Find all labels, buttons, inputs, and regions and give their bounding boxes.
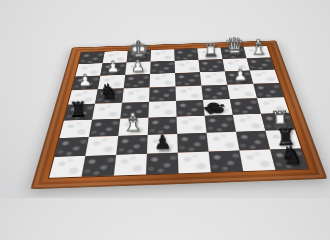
- square-d6: [150, 73, 176, 87]
- square-e8: [174, 48, 198, 60]
- square-g4: [230, 98, 261, 115]
- square-d8: [151, 49, 175, 61]
- chess-board-frame: ♚♜♛♝♟♟♟♟♞♜♚♝♜♟♜♞: [30, 40, 327, 189]
- square-f2: [207, 132, 240, 152]
- square-d7: [150, 61, 175, 74]
- square-e3: [177, 116, 207, 134]
- white-bishop-h8: ♝: [249, 37, 268, 58]
- square-f7: [199, 59, 225, 72]
- square-e5: [175, 86, 202, 101]
- square-f6: [200, 71, 227, 85]
- white-rook-f8: ♜: [202, 41, 219, 59]
- square-c6: [124, 74, 150, 88]
- square-g5: [227, 84, 257, 99]
- square-b2: [85, 136, 118, 156]
- square-b4: [92, 103, 122, 120]
- square-c3: ♝: [118, 118, 148, 136]
- square-g3: [233, 114, 266, 132]
- square-e4: [176, 100, 205, 117]
- square-e1: [178, 152, 211, 174]
- white-pawn-c7: ♟: [130, 58, 145, 74]
- white-queen-g8: ♛: [223, 35, 244, 59]
- square-f1: [209, 151, 244, 173]
- black-rook-a4: ♜: [68, 98, 87, 119]
- square-a3: [59, 120, 92, 138]
- square-h8: ♝: [244, 46, 271, 58]
- square-f4: ♚: [203, 99, 233, 116]
- square-a8: [79, 52, 105, 64]
- square-c5: [122, 87, 150, 102]
- board-grid: ♚♜♛♝♟♟♟♟♞♜♚♝♜♟♜♞: [49, 46, 308, 178]
- square-h6: [250, 70, 279, 84]
- black-knight-h1: ♞: [279, 143, 302, 169]
- square-h5: [253, 83, 284, 98]
- square-c1: [114, 154, 147, 176]
- square-b1: [81, 155, 116, 177]
- square-g6: ♟: [225, 71, 253, 85]
- square-b7: ♟: [100, 62, 126, 75]
- square-a6: ♟: [72, 76, 100, 90]
- square-e6: [175, 72, 201, 86]
- square-d1: [146, 153, 178, 175]
- white-pawn-a6: ♟: [77, 73, 92, 90]
- square-c7: ♟: [125, 62, 150, 75]
- square-b5: ♞: [95, 88, 124, 104]
- square-a1: [49, 156, 85, 178]
- square-e2: [177, 133, 208, 153]
- square-d2: ♟: [147, 134, 178, 154]
- square-h1: ♞: [270, 148, 308, 170]
- square-h7: [247, 57, 275, 70]
- white-bishop-c3: ♝: [121, 109, 144, 135]
- black-pawn-d2: ♟: [153, 133, 171, 153]
- square-f8: ♜: [197, 48, 222, 60]
- scene: ♚♜♛♝♟♟♟♟♞♜♚♝♜♟♜♞: [0, 0, 330, 198]
- square-d4: [148, 101, 176, 118]
- white-pawn-g6: ♟: [232, 67, 247, 84]
- square-g2: [236, 131, 270, 151]
- square-c2: [116, 135, 148, 155]
- square-a2: [55, 137, 89, 157]
- square-f5: [201, 85, 230, 100]
- black-knight-b5: ♞: [98, 82, 118, 104]
- square-a4: ♜: [64, 104, 95, 121]
- square-d5: [149, 87, 176, 102]
- square-b3: [89, 119, 120, 137]
- square-e7: [175, 60, 200, 73]
- white-pawn-b7: ♟: [105, 59, 120, 75]
- square-g8: ♛: [220, 47, 246, 59]
